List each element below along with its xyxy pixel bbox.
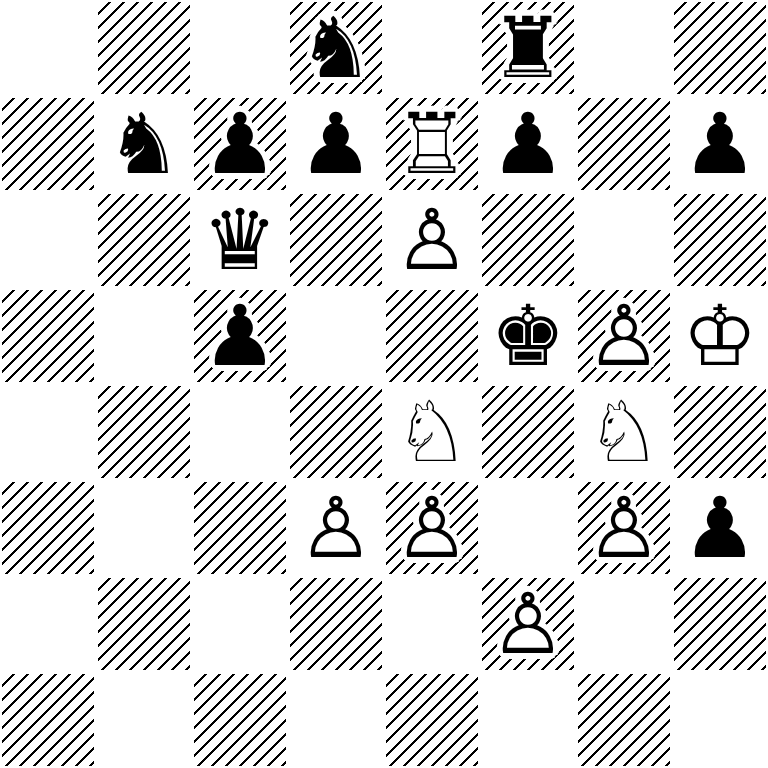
square-b1[interactable] — [96, 672, 192, 768]
square-f8[interactable]: ♜ — [480, 0, 576, 96]
piece-black-knight[interactable]: ♞ — [96, 96, 192, 192]
piece-black-pawn[interactable]: ♟ — [672, 96, 768, 192]
square-b4[interactable] — [96, 384, 192, 480]
square-c7[interactable]: ♟ — [192, 96, 288, 192]
square-a1[interactable] — [0, 672, 96, 768]
square-d5[interactable] — [288, 288, 384, 384]
square-e1[interactable] — [384, 672, 480, 768]
square-d6[interactable] — [288, 192, 384, 288]
square-g2[interactable] — [576, 576, 672, 672]
square-a8[interactable] — [0, 0, 96, 96]
square-a3[interactable] — [0, 480, 96, 576]
square-e6[interactable]: ♟♙ — [384, 192, 480, 288]
black-king-icon: ♚ — [480, 288, 576, 384]
square-f2[interactable]: ♟♙ — [480, 576, 576, 672]
piece-white-pawn[interactable]: ♟♙ — [288, 480, 384, 576]
square-e4[interactable]: ♞♘ — [384, 384, 480, 480]
piece-black-pawn[interactable]: ♟ — [192, 96, 288, 192]
square-g3[interactable]: ♟♙ — [576, 480, 672, 576]
square-h7[interactable]: ♟ — [672, 96, 768, 192]
square-g6[interactable] — [576, 192, 672, 288]
piece-white-king[interactable]: ♚♔ — [672, 288, 768, 384]
piece-black-pawn[interactable]: ♟ — [192, 288, 288, 384]
square-c8[interactable] — [192, 0, 288, 96]
piece-white-pawn[interactable]: ♟♙ — [384, 192, 480, 288]
square-h5[interactable]: ♚♔ — [672, 288, 768, 384]
piece-black-knight[interactable]: ♞ — [288, 0, 384, 96]
piece-white-pawn[interactable]: ♟♙ — [576, 288, 672, 384]
square-e2[interactable] — [384, 576, 480, 672]
square-c6[interactable]: ♛ — [192, 192, 288, 288]
square-f4[interactable] — [480, 384, 576, 480]
piece-white-pawn[interactable]: ♟♙ — [480, 576, 576, 672]
square-f3[interactable] — [480, 480, 576, 576]
black-pawn-icon: ♟ — [192, 288, 288, 384]
piece-black-king[interactable]: ♚ — [480, 288, 576, 384]
square-h6[interactable] — [672, 192, 768, 288]
piece-white-pawn[interactable]: ♟♙ — [384, 480, 480, 576]
white-pawn-icon: ♙ — [480, 576, 576, 672]
black-pawn-icon: ♟ — [672, 96, 768, 192]
black-knight-icon: ♞ — [96, 96, 192, 192]
square-c5[interactable]: ♟ — [192, 288, 288, 384]
piece-white-rook[interactable]: ♜♖ — [384, 96, 480, 192]
square-g8[interactable] — [576, 0, 672, 96]
white-pawn-icon: ♙ — [384, 480, 480, 576]
square-h4[interactable] — [672, 384, 768, 480]
square-e5[interactable] — [384, 288, 480, 384]
square-f6[interactable] — [480, 192, 576, 288]
square-d7[interactable]: ♟ — [288, 96, 384, 192]
square-d2[interactable] — [288, 576, 384, 672]
black-pawn-icon: ♟ — [288, 96, 384, 192]
square-d4[interactable] — [288, 384, 384, 480]
white-pawn-icon: ♙ — [288, 480, 384, 576]
piece-white-knight[interactable]: ♞♘ — [576, 384, 672, 480]
white-king-icon: ♔ — [672, 288, 768, 384]
black-knight-icon: ♞ — [288, 0, 384, 96]
black-rook-icon: ♜ — [480, 0, 576, 96]
piece-white-knight[interactable]: ♞♘ — [384, 384, 480, 480]
black-pawn-icon: ♟ — [672, 480, 768, 576]
black-pawn-icon: ♟ — [192, 96, 288, 192]
square-a7[interactable] — [0, 96, 96, 192]
square-h3[interactable]: ♟ — [672, 480, 768, 576]
square-g1[interactable] — [576, 672, 672, 768]
piece-black-pawn[interactable]: ♟ — [288, 96, 384, 192]
white-rook-icon: ♖ — [384, 96, 480, 192]
square-c1[interactable] — [192, 672, 288, 768]
square-a5[interactable] — [0, 288, 96, 384]
square-h8[interactable] — [672, 0, 768, 96]
square-f1[interactable] — [480, 672, 576, 768]
square-b2[interactable] — [96, 576, 192, 672]
white-knight-icon: ♘ — [384, 384, 480, 480]
square-e8[interactable] — [384, 0, 480, 96]
square-h2[interactable] — [672, 576, 768, 672]
black-pawn-icon: ♟ — [480, 96, 576, 192]
square-c2[interactable] — [192, 576, 288, 672]
chessboard: ♞♜♞♟♟♜♖♟♟♛♟♙♟♚♟♙♚♔♞♘♞♘♟♙♟♙♟♙♟♟♙ — [0, 0, 768, 768]
white-pawn-icon: ♙ — [384, 192, 480, 288]
square-f7[interactable]: ♟ — [480, 96, 576, 192]
square-b7[interactable]: ♞ — [96, 96, 192, 192]
square-d1[interactable] — [288, 672, 384, 768]
white-pawn-icon: ♙ — [576, 288, 672, 384]
square-g5[interactable]: ♟♙ — [576, 288, 672, 384]
square-b8[interactable] — [96, 0, 192, 96]
square-b3[interactable] — [96, 480, 192, 576]
square-a6[interactable] — [0, 192, 96, 288]
piece-black-queen[interactable]: ♛ — [192, 192, 288, 288]
square-a4[interactable] — [0, 384, 96, 480]
piece-black-pawn[interactable]: ♟ — [480, 96, 576, 192]
white-pawn-icon: ♙ — [576, 480, 672, 576]
square-e7[interactable]: ♜♖ — [384, 96, 480, 192]
square-f5[interactable]: ♚ — [480, 288, 576, 384]
square-g4[interactable]: ♞♘ — [576, 384, 672, 480]
white-knight-icon: ♘ — [576, 384, 672, 480]
square-a2[interactable] — [0, 576, 96, 672]
square-d3[interactable]: ♟♙ — [288, 480, 384, 576]
square-c4[interactable] — [192, 384, 288, 480]
square-e3[interactable]: ♟♙ — [384, 480, 480, 576]
piece-black-pawn[interactable]: ♟ — [672, 480, 768, 576]
square-b6[interactable] — [96, 192, 192, 288]
piece-white-pawn[interactable]: ♟♙ — [576, 480, 672, 576]
square-d8[interactable]: ♞ — [288, 0, 384, 96]
square-b5[interactable] — [96, 288, 192, 384]
square-g7[interactable] — [576, 96, 672, 192]
piece-black-rook[interactable]: ♜ — [480, 0, 576, 96]
black-queen-icon: ♛ — [192, 192, 288, 288]
square-c3[interactable] — [192, 480, 288, 576]
square-h1[interactable] — [672, 672, 768, 768]
